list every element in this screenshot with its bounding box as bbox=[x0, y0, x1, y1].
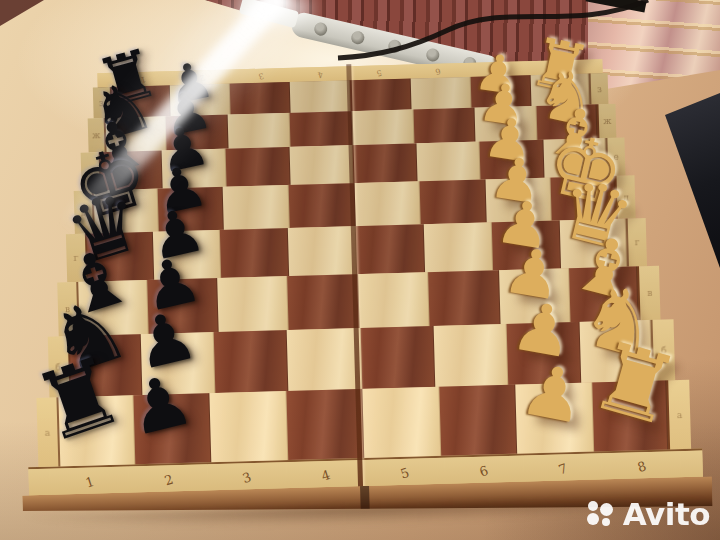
avito-logo-icon bbox=[586, 499, 616, 529]
avito-watermark: Avito bbox=[586, 496, 710, 532]
watermark-text: Avito bbox=[623, 496, 710, 532]
listing-photo-scene: 12345678ззжжееддггввббаа12345678 ♜♟♟♜♞♟♟… bbox=[0, 0, 720, 540]
pieces-layer: ♜♟♟♜♞♟♟♞♝♟♟♝♚♟♟♚♛♟♟♛♝♟♟♝♞♟♟♞♜♟♟♜ bbox=[0, 0, 720, 540]
chess-board: 12345678ззжжееддггввббаа12345678 ♜♟♟♜♞♟♟… bbox=[0, 0, 720, 540]
